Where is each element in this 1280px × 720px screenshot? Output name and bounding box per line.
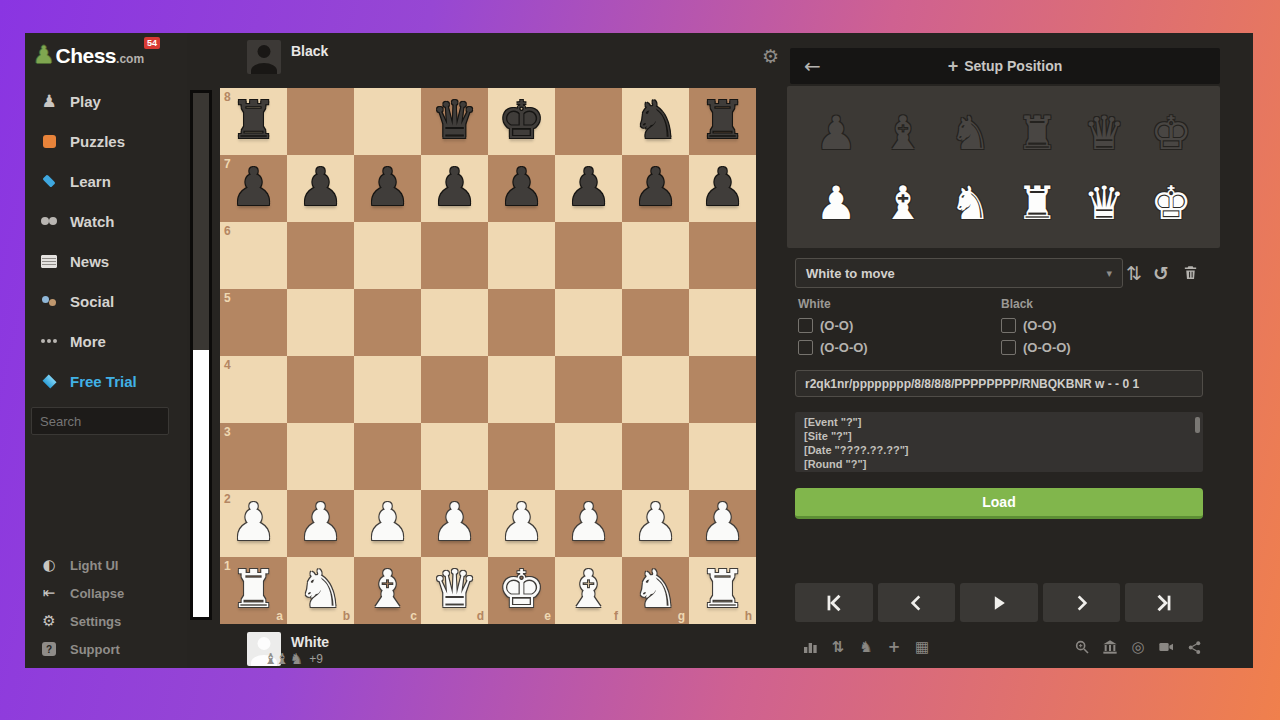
square-f8[interactable] [555,88,622,155]
square-e8[interactable]: ♚ [488,88,555,155]
palette-white-queen[interactable]: ♛ [1071,168,1138,238]
castling-white-kingside[interactable]: (O-O) [798,318,853,333]
search-input[interactable] [31,407,169,435]
play-icon: ♟ [37,91,61,111]
sidebar-footer-label: Collapse [70,586,124,601]
square-b4[interactable] [287,356,354,423]
sidebar-item-more[interactable]: More [25,321,187,361]
sidebar-item-free-trial[interactable]: Free Trial [25,361,187,401]
sidebar-footer-support[interactable]: ?Support [25,635,187,663]
pawn-logo-icon: ♟ [33,41,55,69]
square-g6[interactable] [622,222,689,289]
square-c4[interactable] [354,356,421,423]
square-h5[interactable] [689,289,756,356]
black-king-e8[interactable]: ♚ [488,88,555,155]
palette-white-pawn[interactable]: ♟ [803,168,870,238]
white-pawn-a2[interactable]: ♟ [220,490,287,557]
material-advantage: +9 [309,652,323,666]
square-h2[interactable]: ♟ [689,490,756,557]
toolbar-left: ⇅♞+▦ [801,637,931,657]
nav-previous-button[interactable] [878,583,956,622]
square-e2[interactable]: ♟ [488,490,555,557]
notification-badge: 54 [144,37,160,49]
evaluation-bar [190,90,212,620]
checkbox[interactable] [798,340,813,355]
palette-black-rook[interactable]: ♜ [1004,98,1071,168]
black-rook-h8[interactable]: ♜ [689,88,756,155]
square-c7[interactable]: ♟ [354,155,421,222]
castling-black-label: Black [1001,297,1033,311]
palette-white-rook[interactable]: ♜ [1004,168,1071,238]
square-h8[interactable]: ♜ [689,88,756,155]
castling-black-queenside[interactable]: (O-O-O) [1001,340,1071,355]
contrast-icon: ◐ [37,556,61,574]
gear-icon: ⚙ [37,612,61,630]
black-rook-a8[interactable]: ♜ [220,88,287,155]
palette-black-bishop[interactable]: ♝ [870,98,937,168]
palette-black-pawn[interactable]: ♟ [803,98,870,168]
checkbox[interactable] [1001,340,1016,355]
sidebar-item-label: Learn [70,173,111,190]
palette-white-king[interactable]: ♚ [1138,168,1205,238]
square-b7[interactable]: ♟ [287,155,354,222]
chevron-down-icon: ▾ [1106,267,1112,280]
black-player-name: Black [291,43,328,74]
square-d7[interactable]: ♟ [421,155,488,222]
castling-option-label: (O-O) [820,318,853,333]
puzzles-icon [37,135,61,148]
diamond-icon [37,376,61,387]
square-f1[interactable]: f♝ [555,557,622,624]
square-g3[interactable] [622,423,689,490]
pieces-icon[interactable]: ♞ [857,638,875,656]
white-pawn-d2[interactable]: ♟ [421,490,488,557]
app-window: ♟ Chess .com 54 ♟PlayPuzzlesLearnWatchNe… [25,33,1253,668]
white-pawn-c2[interactable]: ♟ [354,490,421,557]
square-d5[interactable] [421,289,488,356]
black-pawn-g7[interactable]: ♟ [622,155,689,222]
pgn-text: [Event "?"] [Site "?"] [Date "????.??.??… [804,415,1194,471]
square-f4[interactable] [555,356,622,423]
square-c6[interactable] [354,222,421,289]
checkbox[interactable] [1001,318,1016,333]
square-d1[interactable]: d♛ [421,557,488,624]
news-icon [37,255,61,268]
palette-black-queen[interactable]: ♛ [1071,98,1138,168]
square-c3[interactable] [354,423,421,490]
square-c2[interactable]: ♟ [354,490,421,557]
square-a3[interactable]: 3 [220,423,287,490]
sidebar-footer-label: Support [70,642,120,657]
square-d4[interactable] [421,356,488,423]
white-pawn-f2[interactable]: ♟ [555,490,622,557]
square-g2[interactable]: ♟ [622,490,689,557]
learn-icon [37,175,61,187]
square-a8[interactable]: 8♜ [220,88,287,155]
captured-pieces: ♝♝ ♞ +9 [264,650,323,668]
white-pawn-h2[interactable]: ♟ [689,490,756,557]
square-f7[interactable]: ♟ [555,155,622,222]
square-a5[interactable]: 5 [220,289,287,356]
square-e1[interactable]: e♚ [488,557,555,624]
square-e3[interactable] [488,423,555,490]
rank-label: 3 [224,425,231,439]
trash-icon[interactable] [1182,264,1199,285]
eval-white-portion [193,350,209,617]
sidebar-item-label: More [70,333,106,350]
analysis-icon[interactable] [801,638,819,656]
sidebar-footer-collapse[interactable]: ⇤Collapse [25,579,187,607]
nav-next-button[interactable] [1043,583,1121,622]
black-pawn-d7[interactable]: ♟ [421,155,488,222]
square-b6[interactable] [287,222,354,289]
square-b3[interactable] [287,423,354,490]
square-d6[interactable] [421,222,488,289]
white-pawn-g2[interactable]: ♟ [622,490,689,557]
square-b5[interactable] [287,289,354,356]
fen-input[interactable] [795,370,1203,397]
checkbox[interactable] [798,318,813,333]
player-top: Black [247,40,328,74]
reset-icon[interactable]: ↺ [1153,263,1169,283]
castling-white-queenside[interactable]: (O-O-O) [798,340,868,355]
square-c5[interactable] [354,289,421,356]
nav-last-button[interactable] [1125,583,1203,622]
square-e4[interactable] [488,356,555,423]
nav-first-button[interactable] [795,583,873,622]
flip-board-icon[interactable]: ⇅ [829,638,847,656]
sidebar-footer: ◐Light UI⇤Collapse⚙Settings?Support [25,551,187,663]
chesscom-logo[interactable]: ♟ Chess .com 54 [33,41,144,69]
square-f3[interactable] [555,423,622,490]
square-h6[interactable] [689,222,756,289]
black-queen-d8[interactable]: ♛ [421,88,488,155]
square-d2[interactable]: ♟ [421,490,488,557]
white-pawn-b2[interactable]: ♟ [287,490,354,557]
black-avatar [247,40,281,74]
white-bishop-f1[interactable]: ♝ [555,557,622,624]
square-e5[interactable] [488,289,555,356]
white-rook-a1[interactable]: ♜ [220,557,287,624]
watch-icon [37,217,61,225]
sidebar-item-watch[interactable]: Watch [25,201,187,241]
rank-label: 5 [224,291,231,305]
square-e7[interactable]: ♟ [488,155,555,222]
square-g7[interactable]: ♟ [622,155,689,222]
black-pawn-a7[interactable]: ♟ [220,155,287,222]
library-icon[interactable] [1101,638,1119,656]
square-h7[interactable]: ♟ [689,155,756,222]
castling-white-label: White [798,297,831,311]
record-icon[interactable]: ◎ [1129,638,1147,656]
sidebar-item-social[interactable]: Social [25,281,187,321]
square-a7[interactable]: 7♟ [220,155,287,222]
square-e6[interactable] [488,222,555,289]
palette-black-knight[interactable]: ♞ [937,98,1004,168]
black-knight-g8[interactable]: ♞ [622,88,689,155]
square-g8[interactable]: ♞ [622,88,689,155]
white-knight-b1[interactable]: ♞ [287,557,354,624]
white-rook-h1[interactable]: ♜ [689,557,756,624]
palette-white-knight[interactable]: ♞ [937,168,1004,238]
white-bishop-c1[interactable]: ♝ [354,557,421,624]
palette-black-king[interactable]: ♚ [1138,98,1205,168]
sidebar: ♟ Chess .com 54 ♟PlayPuzzlesLearnWatchNe… [25,33,187,668]
sidebar-item-label: Social [70,293,114,310]
square-g5[interactable] [622,289,689,356]
sidebar-item-label: News [70,253,109,270]
question-icon: ? [37,642,61,656]
castling-option-label: (O-O-O) [820,340,868,355]
load-button[interactable]: Load [795,488,1203,519]
sidebar-footer-label: Settings [70,614,121,629]
piece-palette: ♟♝♞♜♛♚♟♝♞♜♛♚ [787,86,1220,248]
sidebar-footer-label: Light UI [70,558,118,573]
sidebar-footer-settings[interactable]: ⚙Settings [25,607,187,635]
sidebar-item-label: Puzzles [70,133,125,150]
white-knight-g1[interactable]: ♞ [622,557,689,624]
square-a2[interactable]: 2♟ [220,490,287,557]
square-h3[interactable] [689,423,756,490]
castling-option-label: (O-O-O) [1023,340,1071,355]
white-queen-d1[interactable]: ♛ [421,557,488,624]
square-g4[interactable] [622,356,689,423]
sidebar-item-label: Play [70,93,101,110]
sidebar-item-news[interactable]: News [25,241,187,281]
share-icon[interactable] [1185,638,1203,656]
pgn-scrollbar[interactable] [1195,417,1200,433]
square-c8[interactable] [354,88,421,155]
square-f6[interactable] [555,222,622,289]
sidebar-item-learn[interactable]: Learn [25,161,187,201]
board-settings-gear-icon[interactable]: ⚙ [762,45,779,67]
sidebar-item-label: Free Trial [70,373,137,390]
square-d3[interactable] [421,423,488,490]
square-f2[interactable]: ♟ [555,490,622,557]
square-g1[interactable]: g♞ [622,557,689,624]
sidebar-item-label: Watch [70,213,114,230]
eval-black-portion [193,93,209,350]
plus-icon: + [948,56,959,76]
black-pawn-e7[interactable]: ♟ [488,155,555,222]
black-pawn-b7[interactable]: ♟ [287,155,354,222]
pgn-textarea[interactable]: [Event "?"] [Site "?"] [Date "????.??.??… [795,412,1203,472]
white-pawn-e2[interactable]: ♟ [488,490,555,557]
move-navigation [795,583,1203,622]
square-a1[interactable]: 1a♜ [220,557,287,624]
square-b1[interactable]: b♞ [287,557,354,624]
add-icon[interactable]: + [885,638,903,656]
rank-label: 4 [224,358,231,372]
camera-icon[interactable] [1157,638,1175,656]
captured-piece-icons: ♝♝ ♞ [264,650,301,668]
square-b8[interactable] [287,88,354,155]
square-h4[interactable] [689,356,756,423]
social-icon [37,296,61,306]
nav-play-button[interactable] [960,583,1038,622]
black-pawn-f7[interactable]: ♟ [555,155,622,222]
panel-title: +Setup Position [790,56,1220,77]
flip-board-icon[interactable]: ⇅ [1126,263,1142,283]
square-b2[interactable]: ♟ [287,490,354,557]
castling-black-kingside[interactable]: (O-O) [1001,318,1056,333]
square-c1[interactable]: c♝ [354,557,421,624]
turn-select[interactable]: White to move ▾ [795,258,1123,288]
square-a6[interactable]: 6 [220,222,287,289]
setup-panel-header: ← +Setup Position [790,48,1220,84]
sidebar-item-play[interactable]: ♟Play [25,81,187,121]
palette-white-bishop[interactable]: ♝ [870,168,937,238]
square-h1[interactable]: h♜ [689,557,756,624]
chess-board: 8♜♛♚♞♜7♟♟♟♟♟♟♟♟65432♟♟♟♟♟♟♟♟1a♜b♞c♝d♛e♚f… [220,88,756,624]
sidebar-footer-light-ui[interactable]: ◐Light UI [25,551,187,579]
square-a4[interactable]: 4 [220,356,287,423]
board-editor-icon[interactable]: ▦ [913,638,931,656]
collapse-icon: ⇤ [37,584,61,602]
square-d8[interactable]: ♛ [421,88,488,155]
sidebar-nav: ♟PlayPuzzlesLearnWatchNewsSocialMoreFree… [25,81,187,401]
castling-option-label: (O-O) [1023,318,1056,333]
white-king-e1[interactable]: ♚ [488,557,555,624]
zoom-icon[interactable] [1073,638,1091,656]
sidebar-item-puzzles[interactable]: Puzzles [25,121,187,161]
black-pawn-c7[interactable]: ♟ [354,155,421,222]
logo-text: Chess [56,44,117,68]
rank-label: 6 [224,224,231,238]
square-f5[interactable] [555,289,622,356]
more-icon [37,339,61,343]
toolbar-right: ◎ [1073,637,1203,657]
black-pawn-h7[interactable]: ♟ [689,155,756,222]
